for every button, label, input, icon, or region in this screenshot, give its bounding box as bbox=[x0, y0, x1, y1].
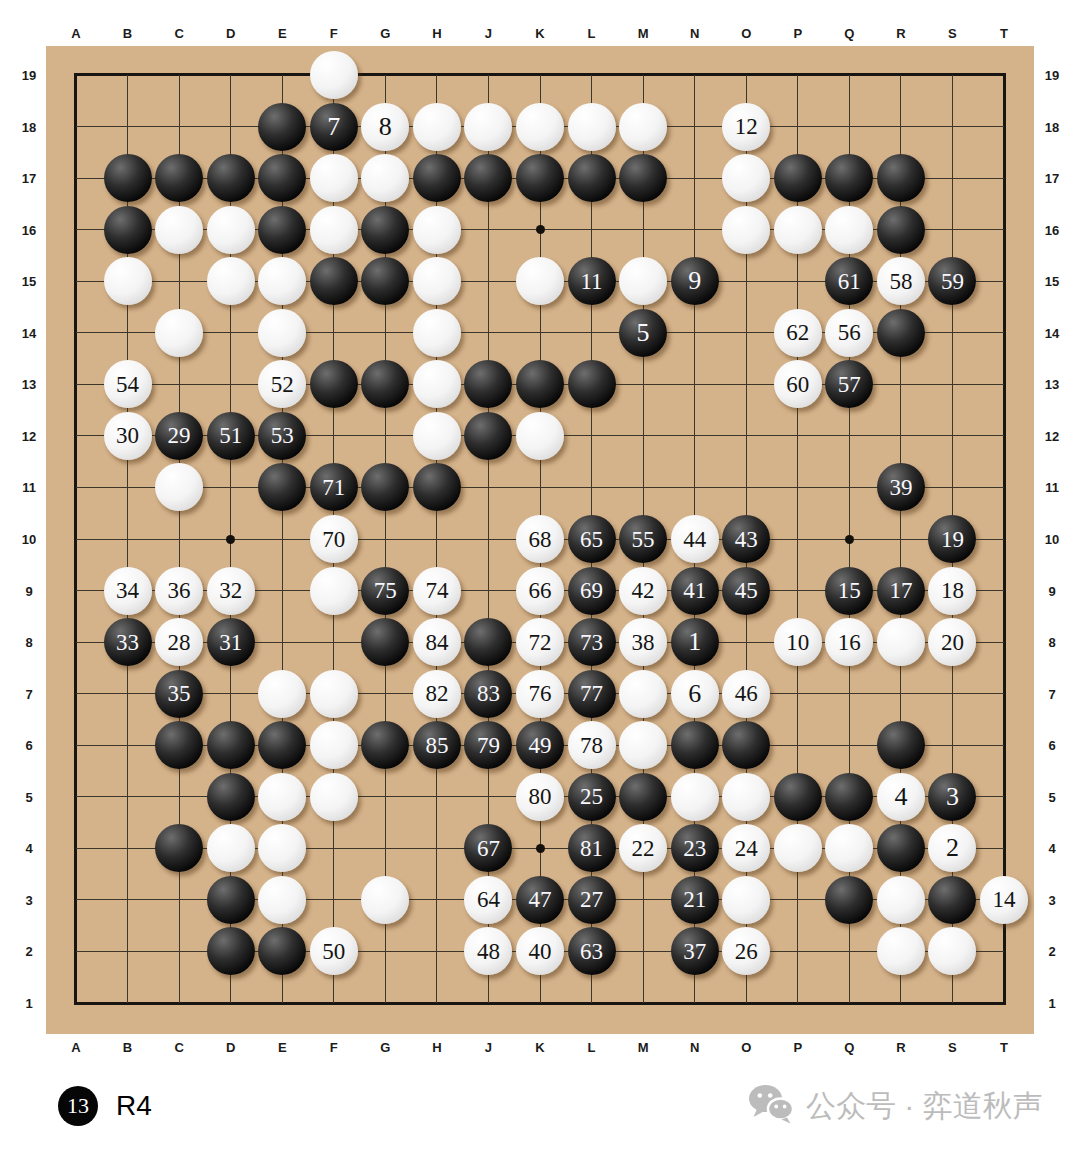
coordinate-label: 8 bbox=[25, 635, 32, 650]
stone-number: 85 bbox=[425, 734, 448, 757]
stone-P13: 60 bbox=[774, 360, 822, 408]
coordinate-label: 14 bbox=[1045, 325, 1059, 340]
coordinate-label: P bbox=[793, 1040, 802, 1055]
stone-L4: 81 bbox=[568, 824, 616, 872]
stone-number: 27 bbox=[580, 888, 603, 911]
stone-O7: 46 bbox=[722, 670, 770, 718]
stone-number: 23 bbox=[683, 837, 706, 860]
stone-L10: 65 bbox=[568, 515, 616, 563]
stone-Q16 bbox=[825, 206, 873, 254]
stone-number: 35 bbox=[168, 682, 191, 705]
stone-number: 24 bbox=[735, 837, 758, 860]
stone-K13 bbox=[516, 360, 564, 408]
stone-number: 80 bbox=[529, 785, 552, 808]
stone-O17 bbox=[722, 154, 770, 202]
stone-number: 17 bbox=[889, 579, 912, 602]
stone-F11: 71 bbox=[310, 463, 358, 511]
stone-E3 bbox=[258, 876, 306, 924]
stone-P16 bbox=[774, 206, 822, 254]
stone-number: 16 bbox=[838, 631, 861, 654]
stone-number: 75 bbox=[374, 579, 397, 602]
stone-number: 7 bbox=[327, 114, 340, 140]
stone-M10: 55 bbox=[619, 515, 667, 563]
coordinate-label: 11 bbox=[22, 480, 36, 495]
stone-P14: 62 bbox=[774, 309, 822, 357]
coordinate-label: 8 bbox=[1048, 635, 1055, 650]
coordinate-label: 2 bbox=[25, 944, 32, 959]
star-point bbox=[536, 844, 545, 853]
coordinate-label: 17 bbox=[22, 171, 36, 186]
go-diagram-page: AABBCCDDEEFFGGHHJJKKLLMMNNOOPPQQRRSSTT19… bbox=[0, 0, 1080, 1156]
stone-P17 bbox=[774, 154, 822, 202]
stone-C16 bbox=[155, 206, 203, 254]
stone-Q14: 56 bbox=[825, 309, 873, 357]
stone-K12 bbox=[516, 412, 564, 460]
stone-D16 bbox=[207, 206, 255, 254]
stone-F17 bbox=[310, 154, 358, 202]
stone-H17 bbox=[413, 154, 461, 202]
star-point bbox=[226, 535, 235, 544]
stone-R15: 58 bbox=[877, 257, 925, 305]
coordinate-label: L bbox=[588, 26, 596, 41]
coordinate-label: F bbox=[330, 1040, 338, 1055]
stone-number: 65 bbox=[580, 528, 603, 551]
stone-number: 48 bbox=[477, 940, 500, 963]
coordinate-label: 18 bbox=[22, 119, 36, 134]
coordinate-label: G bbox=[380, 26, 390, 41]
coordinate-label: N bbox=[690, 26, 699, 41]
stone-number: 58 bbox=[889, 270, 912, 293]
coordinate-label: C bbox=[174, 26, 183, 41]
coordinate-label: 16 bbox=[22, 222, 36, 237]
stone-K3: 47 bbox=[516, 876, 564, 924]
stone-B9: 34 bbox=[104, 567, 152, 615]
stone-T3: 14 bbox=[980, 876, 1028, 924]
stone-C7: 35 bbox=[155, 670, 203, 718]
coordinate-label: 1 bbox=[1048, 996, 1055, 1011]
stone-number: 32 bbox=[219, 579, 242, 602]
coordinate-label: A bbox=[71, 26, 80, 41]
stone-number: 82 bbox=[425, 682, 448, 705]
stone-P5 bbox=[774, 773, 822, 821]
stone-F16 bbox=[310, 206, 358, 254]
stone-O3 bbox=[722, 876, 770, 924]
stone-K15 bbox=[516, 257, 564, 305]
coordinate-label: E bbox=[278, 1040, 287, 1055]
stone-L8: 73 bbox=[568, 618, 616, 666]
stone-B8: 33 bbox=[104, 618, 152, 666]
coordinate-label: B bbox=[123, 26, 132, 41]
stone-number: 63 bbox=[580, 940, 603, 963]
stone-number: 49 bbox=[529, 734, 552, 757]
stone-number: 45 bbox=[735, 579, 758, 602]
stone-C12: 29 bbox=[155, 412, 203, 460]
stone-number: 25 bbox=[580, 785, 603, 808]
stone-O16 bbox=[722, 206, 770, 254]
stone-D2 bbox=[207, 927, 255, 975]
coordinate-label: 3 bbox=[25, 892, 32, 907]
stone-S5: 3 bbox=[928, 773, 976, 821]
stone-R8 bbox=[877, 618, 925, 666]
stone-E14 bbox=[258, 309, 306, 357]
coordinate-label: B bbox=[123, 1040, 132, 1055]
stone-number: 15 bbox=[838, 579, 861, 602]
stone-R5: 4 bbox=[877, 773, 925, 821]
stone-number: 81 bbox=[580, 837, 603, 860]
coordinate-label: A bbox=[71, 1040, 80, 1055]
stone-number: 53 bbox=[271, 424, 294, 447]
coordinate-label: L bbox=[588, 1040, 596, 1055]
stone-B17 bbox=[104, 154, 152, 202]
stone-M8: 38 bbox=[619, 618, 667, 666]
stone-D17 bbox=[207, 154, 255, 202]
coordinate-label: K bbox=[535, 1040, 544, 1055]
coordinate-label: 2 bbox=[1048, 944, 1055, 959]
stone-L17 bbox=[568, 154, 616, 202]
stone-H15 bbox=[413, 257, 461, 305]
stone-L6: 78 bbox=[568, 721, 616, 769]
stone-E7 bbox=[258, 670, 306, 718]
star-point bbox=[536, 225, 545, 234]
stone-H13 bbox=[413, 360, 461, 408]
stone-number: 20 bbox=[941, 631, 964, 654]
stone-L13 bbox=[568, 360, 616, 408]
stone-L9: 69 bbox=[568, 567, 616, 615]
coordinate-label: S bbox=[948, 1040, 957, 1055]
stone-K17 bbox=[516, 154, 564, 202]
stone-O5 bbox=[722, 773, 770, 821]
watermark-text: 公众号 · 弈道秋声 bbox=[806, 1086, 1043, 1127]
stone-number: 2 bbox=[946, 835, 959, 861]
stone-M17 bbox=[619, 154, 667, 202]
stone-R11: 39 bbox=[877, 463, 925, 511]
stone-E18 bbox=[258, 103, 306, 151]
stone-M15 bbox=[619, 257, 667, 305]
stone-R14 bbox=[877, 309, 925, 357]
stone-N4: 23 bbox=[671, 824, 719, 872]
stone-J18 bbox=[464, 103, 512, 151]
coordinate-label: O bbox=[741, 1040, 751, 1055]
stone-L3: 27 bbox=[568, 876, 616, 924]
stone-number: 40 bbox=[529, 940, 552, 963]
stone-number: 19 bbox=[941, 528, 964, 551]
stone-Q5 bbox=[825, 773, 873, 821]
stone-F6 bbox=[310, 721, 358, 769]
stone-L5: 25 bbox=[568, 773, 616, 821]
stone-K8: 72 bbox=[516, 618, 564, 666]
stone-number: 64 bbox=[477, 888, 500, 911]
stone-P8: 10 bbox=[774, 618, 822, 666]
stone-K7: 76 bbox=[516, 670, 564, 718]
stone-H6: 85 bbox=[413, 721, 461, 769]
stone-C17 bbox=[155, 154, 203, 202]
coordinate-label: D bbox=[226, 26, 235, 41]
coordinate-label: 9 bbox=[1048, 583, 1055, 598]
stone-number: 84 bbox=[425, 631, 448, 654]
stone-L7: 77 bbox=[568, 670, 616, 718]
stone-E5 bbox=[258, 773, 306, 821]
stone-number: 29 bbox=[168, 424, 191, 447]
stone-E12: 53 bbox=[258, 412, 306, 460]
stone-B15 bbox=[104, 257, 152, 305]
stone-number: 56 bbox=[838, 321, 861, 344]
coordinate-label: S bbox=[948, 26, 957, 41]
stone-number: 1 bbox=[688, 629, 701, 655]
coordinate-label: Q bbox=[844, 26, 854, 41]
coordinate-label: 13 bbox=[1045, 377, 1059, 392]
coordinate-label: T bbox=[1000, 1040, 1008, 1055]
stone-number: 44 bbox=[683, 528, 706, 551]
move-caption: 13 R4 bbox=[58, 1086, 152, 1126]
stone-number: 74 bbox=[425, 579, 448, 602]
coordinate-label: P bbox=[793, 26, 802, 41]
coordinate-label: R bbox=[896, 1040, 905, 1055]
stone-N6 bbox=[671, 721, 719, 769]
stone-H18 bbox=[413, 103, 461, 151]
coordinate-label: 4 bbox=[25, 841, 32, 856]
coordinate-label: N bbox=[690, 1040, 699, 1055]
watermark: 公众号 · 弈道秋声 bbox=[748, 1084, 1043, 1128]
stone-number: 6 bbox=[688, 681, 701, 707]
coordinate-label: R bbox=[896, 26, 905, 41]
stone-C8: 28 bbox=[155, 618, 203, 666]
coordinate-label: C bbox=[174, 1040, 183, 1055]
coordinate-label: H bbox=[432, 26, 441, 41]
coordinate-label: 5 bbox=[1048, 789, 1055, 804]
stone-F10: 70 bbox=[310, 515, 358, 563]
stone-number: 50 bbox=[322, 940, 345, 963]
stone-S3 bbox=[928, 876, 976, 924]
stone-number: 11 bbox=[580, 270, 602, 293]
coordinate-label: M bbox=[638, 26, 649, 41]
stone-O9: 45 bbox=[722, 567, 770, 615]
caption-coordinate: R4 bbox=[116, 1090, 152, 1122]
coordinate-label: M bbox=[638, 1040, 649, 1055]
stone-H14 bbox=[413, 309, 461, 357]
stone-B16 bbox=[104, 206, 152, 254]
stone-R17 bbox=[877, 154, 925, 202]
stone-M18 bbox=[619, 103, 667, 151]
stone-number: 9 bbox=[688, 268, 701, 294]
stone-R9: 17 bbox=[877, 567, 925, 615]
stone-G18: 8 bbox=[361, 103, 409, 151]
stone-F13 bbox=[310, 360, 358, 408]
stone-number: 52 bbox=[271, 373, 294, 396]
stone-M6 bbox=[619, 721, 667, 769]
stone-O10: 43 bbox=[722, 515, 770, 563]
coordinate-label: T bbox=[1000, 26, 1008, 41]
stone-number: 42 bbox=[632, 579, 655, 602]
stone-number: 62 bbox=[786, 321, 809, 344]
stone-L18 bbox=[568, 103, 616, 151]
stone-Q9: 15 bbox=[825, 567, 873, 615]
stone-M7 bbox=[619, 670, 667, 718]
coordinate-label: 14 bbox=[22, 325, 36, 340]
stone-number: 10 bbox=[786, 631, 809, 654]
stone-N7: 6 bbox=[671, 670, 719, 718]
stone-B13: 54 bbox=[104, 360, 152, 408]
stone-R16 bbox=[877, 206, 925, 254]
coordinate-label: 9 bbox=[25, 583, 32, 598]
stone-D9: 32 bbox=[207, 567, 255, 615]
coordinate-label: 7 bbox=[1048, 686, 1055, 701]
stone-number: 28 bbox=[168, 631, 191, 654]
stone-D3 bbox=[207, 876, 255, 924]
stone-D8: 31 bbox=[207, 618, 255, 666]
stone-J12 bbox=[464, 412, 512, 460]
stone-number: 38 bbox=[632, 631, 655, 654]
stone-number: 60 bbox=[786, 373, 809, 396]
stone-number: 71 bbox=[322, 476, 345, 499]
stone-number: 66 bbox=[529, 579, 552, 602]
stone-number: 5 bbox=[637, 320, 650, 346]
stone-number: 43 bbox=[735, 528, 758, 551]
stone-E16 bbox=[258, 206, 306, 254]
stone-F5 bbox=[310, 773, 358, 821]
stone-number: 22 bbox=[632, 837, 655, 860]
stone-R3 bbox=[877, 876, 925, 924]
coordinate-label: 1 bbox=[25, 996, 32, 1011]
coordinate-label: 19 bbox=[1045, 68, 1059, 83]
stone-P4 bbox=[774, 824, 822, 872]
stone-number: 30 bbox=[116, 424, 139, 447]
stone-L2: 63 bbox=[568, 927, 616, 975]
stone-number: 54 bbox=[116, 373, 139, 396]
stone-number: 26 bbox=[735, 940, 758, 963]
stone-number: 57 bbox=[838, 373, 861, 396]
coordinate-label: J bbox=[485, 1040, 492, 1055]
stone-number: 78 bbox=[580, 734, 603, 757]
coordinate-label: G bbox=[380, 1040, 390, 1055]
stone-N9: 41 bbox=[671, 567, 719, 615]
stone-number: 8 bbox=[379, 114, 392, 140]
caption-stone-black: 13 bbox=[58, 1086, 98, 1126]
stone-number: 79 bbox=[477, 734, 500, 757]
coordinate-label: H bbox=[432, 1040, 441, 1055]
stone-number: 41 bbox=[683, 579, 706, 602]
stone-F7 bbox=[310, 670, 358, 718]
stone-G3 bbox=[361, 876, 409, 924]
stone-D12: 51 bbox=[207, 412, 255, 460]
coordinate-label: 4 bbox=[1048, 841, 1055, 856]
stone-number: 21 bbox=[683, 888, 706, 911]
coordinate-label: 15 bbox=[1045, 274, 1059, 289]
stone-number: 3 bbox=[946, 784, 959, 810]
stone-K6: 49 bbox=[516, 721, 564, 769]
stone-number: 68 bbox=[529, 528, 552, 551]
coordinate-label: 10 bbox=[22, 532, 36, 547]
stone-number: 77 bbox=[580, 682, 603, 705]
stone-K10: 68 bbox=[516, 515, 564, 563]
stone-F19 bbox=[310, 51, 358, 99]
stone-R4 bbox=[877, 824, 925, 872]
stone-H11 bbox=[413, 463, 461, 511]
coordinate-label: 12 bbox=[22, 428, 36, 443]
stone-number: 37 bbox=[683, 940, 706, 963]
stone-H12 bbox=[413, 412, 461, 460]
coordinate-label: 12 bbox=[1045, 428, 1059, 443]
caption-move-number: 13 bbox=[67, 1093, 89, 1119]
coordinate-label: 11 bbox=[1045, 480, 1059, 495]
stone-J3: 64 bbox=[464, 876, 512, 924]
stone-G9: 75 bbox=[361, 567, 409, 615]
stone-O18: 12 bbox=[722, 103, 770, 151]
coordinate-label: 17 bbox=[1045, 171, 1059, 186]
coordinate-label: 18 bbox=[1045, 119, 1059, 134]
stone-number: 4 bbox=[894, 784, 907, 810]
stone-F15 bbox=[310, 257, 358, 305]
wechat-icon bbox=[748, 1084, 794, 1128]
stone-F18: 7 bbox=[310, 103, 358, 151]
stone-H9: 74 bbox=[413, 567, 461, 615]
stone-D6 bbox=[207, 721, 255, 769]
stone-H16 bbox=[413, 206, 461, 254]
coordinate-label: D bbox=[226, 1040, 235, 1055]
stone-number: 67 bbox=[477, 837, 500, 860]
stone-number: 51 bbox=[219, 424, 242, 447]
stone-number: 83 bbox=[477, 682, 500, 705]
stone-R6 bbox=[877, 721, 925, 769]
stone-K18 bbox=[516, 103, 564, 151]
stone-G16 bbox=[361, 206, 409, 254]
coordinate-label: 5 bbox=[25, 789, 32, 804]
coordinate-label: F bbox=[330, 26, 338, 41]
stone-number: 12 bbox=[735, 115, 758, 138]
stone-C6 bbox=[155, 721, 203, 769]
stone-number: 34 bbox=[116, 579, 139, 602]
stone-K5: 80 bbox=[516, 773, 564, 821]
coordinate-label: 6 bbox=[25, 738, 32, 753]
coordinate-label: K bbox=[535, 26, 544, 41]
stone-S9: 18 bbox=[928, 567, 976, 615]
coordinate-label: J bbox=[485, 26, 492, 41]
coordinate-label: 19 bbox=[22, 68, 36, 83]
stone-N10: 44 bbox=[671, 515, 719, 563]
stone-M9: 42 bbox=[619, 567, 667, 615]
stone-C9: 36 bbox=[155, 567, 203, 615]
stone-F2: 50 bbox=[310, 927, 358, 975]
coordinate-label: 15 bbox=[22, 274, 36, 289]
stone-number: 61 bbox=[838, 270, 861, 293]
stone-N8: 1 bbox=[671, 618, 719, 666]
stone-N5 bbox=[671, 773, 719, 821]
stone-B12: 30 bbox=[104, 412, 152, 460]
coordinate-label: 7 bbox=[25, 686, 32, 701]
stone-number: 69 bbox=[580, 579, 603, 602]
stone-Q3 bbox=[825, 876, 873, 924]
stone-D5 bbox=[207, 773, 255, 821]
stone-number: 55 bbox=[632, 528, 655, 551]
stone-H8: 84 bbox=[413, 618, 461, 666]
stone-J7: 83 bbox=[464, 670, 512, 718]
stone-K9: 66 bbox=[516, 567, 564, 615]
stone-number: 59 bbox=[941, 270, 964, 293]
coordinate-label: 10 bbox=[1045, 532, 1059, 547]
stone-M5 bbox=[619, 773, 667, 821]
stone-N15: 9 bbox=[671, 257, 719, 305]
stone-number: 33 bbox=[116, 631, 139, 654]
stone-number: 36 bbox=[168, 579, 191, 602]
stone-E17 bbox=[258, 154, 306, 202]
stone-number: 14 bbox=[993, 888, 1016, 911]
stone-number: 72 bbox=[529, 631, 552, 654]
stone-number: 18 bbox=[941, 579, 964, 602]
coordinate-label: O bbox=[741, 26, 751, 41]
stone-D4 bbox=[207, 824, 255, 872]
stone-number: 70 bbox=[322, 528, 345, 551]
stone-number: 76 bbox=[529, 682, 552, 705]
stone-D15 bbox=[207, 257, 255, 305]
